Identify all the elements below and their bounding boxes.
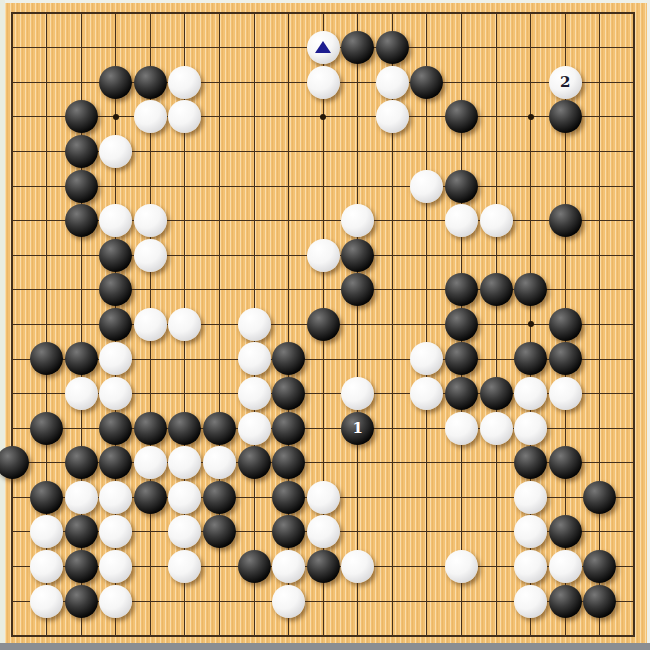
black-stone[interactable] — [168, 412, 201, 445]
board-intersection[interactable]: 2 — [548, 65, 583, 100]
board-intersection[interactable] — [271, 342, 306, 377]
white-stone[interactable] — [307, 31, 340, 64]
black-stone[interactable] — [549, 446, 582, 479]
white-stone[interactable] — [99, 377, 132, 410]
board-intersection[interactable] — [271, 549, 306, 584]
board-intersection[interactable] — [98, 515, 133, 550]
board-intersection[interactable] — [306, 307, 341, 342]
board-intersection[interactable] — [64, 584, 99, 619]
board-intersection[interactable] — [202, 411, 237, 446]
board-intersection[interactable] — [133, 411, 168, 446]
white-stone[interactable] — [99, 481, 132, 514]
board-intersection[interactable] — [237, 376, 272, 411]
black-stone[interactable] — [583, 481, 616, 514]
board-intersection[interactable] — [64, 134, 99, 169]
board-intersection[interactable] — [479, 273, 514, 308]
white-stone[interactable] — [307, 515, 340, 548]
white-stone[interactable] — [341, 550, 374, 583]
white-stone[interactable] — [99, 550, 132, 583]
board-intersection[interactable] — [133, 480, 168, 515]
black-stone[interactable] — [307, 308, 340, 341]
white-stone[interactable] — [168, 66, 201, 99]
board-intersection[interactable] — [98, 203, 133, 238]
board-intersection[interactable] — [513, 342, 548, 377]
board-intersection[interactable] — [513, 584, 548, 619]
black-stone[interactable] — [341, 273, 374, 306]
white-stone[interactable] — [514, 550, 547, 583]
board-intersection[interactable] — [29, 480, 64, 515]
board-intersection[interactable] — [64, 445, 99, 480]
white-stone[interactable] — [238, 412, 271, 445]
board-intersection[interactable] — [133, 65, 168, 100]
board-intersection[interactable] — [375, 31, 410, 66]
board-intersection[interactable] — [29, 549, 64, 584]
black-stone[interactable] — [238, 446, 271, 479]
board-intersection[interactable] — [341, 376, 376, 411]
white-stone[interactable] — [203, 446, 236, 479]
black-stone[interactable] — [272, 342, 305, 375]
white-stone[interactable] — [168, 550, 201, 583]
white-stone[interactable] — [65, 481, 98, 514]
board-intersection[interactable] — [64, 515, 99, 550]
board-intersection[interactable] — [444, 203, 479, 238]
board-intersection[interactable] — [133, 203, 168, 238]
board-intersection[interactable] — [98, 273, 133, 308]
black-stone[interactable] — [514, 446, 547, 479]
black-stone[interactable] — [65, 515, 98, 548]
board-intersection[interactable] — [410, 376, 445, 411]
board-intersection[interactable] — [444, 376, 479, 411]
white-stone[interactable] — [341, 204, 374, 237]
board-intersection[interactable] — [64, 169, 99, 204]
board-intersection[interactable] — [513, 273, 548, 308]
black-stone[interactable] — [99, 273, 132, 306]
black-stone[interactable] — [99, 412, 132, 445]
white-stone[interactable] — [480, 412, 513, 445]
board-intersection[interactable] — [444, 549, 479, 584]
black-stone[interactable] — [445, 342, 478, 375]
board-intersection[interactable] — [513, 480, 548, 515]
board-intersection[interactable] — [410, 169, 445, 204]
black-stone[interactable] — [549, 342, 582, 375]
black-stone[interactable] — [238, 550, 271, 583]
white-stone[interactable] — [514, 515, 547, 548]
black-stone[interactable] — [65, 550, 98, 583]
board-intersection[interactable] — [64, 480, 99, 515]
board-intersection[interactable] — [548, 342, 583, 377]
black-stone[interactable] — [341, 31, 374, 64]
board-intersection[interactable] — [513, 549, 548, 584]
black-stone[interactable] — [99, 308, 132, 341]
white-stone[interactable] — [99, 585, 132, 618]
white-stone[interactable] — [445, 412, 478, 445]
board-intersection[interactable] — [98, 411, 133, 446]
black-stone[interactable] — [272, 515, 305, 548]
black-stone[interactable] — [65, 585, 98, 618]
white-stone[interactable] — [480, 204, 513, 237]
board-grid[interactable]: 21 — [0, 0, 650, 650]
black-stone[interactable] — [203, 515, 236, 548]
black-stone[interactable] — [583, 550, 616, 583]
black-stone[interactable] — [0, 446, 29, 479]
black-stone[interactable] — [549, 308, 582, 341]
white-stone[interactable] — [307, 239, 340, 272]
white-stone[interactable] — [134, 239, 167, 272]
white-stone[interactable] — [168, 515, 201, 548]
white-stone[interactable] — [307, 66, 340, 99]
board-intersection[interactable] — [237, 411, 272, 446]
white-stone[interactable] — [549, 377, 582, 410]
board-intersection[interactable] — [583, 584, 618, 619]
board-intersection[interactable] — [133, 307, 168, 342]
black-stone[interactable] — [445, 170, 478, 203]
black-stone[interactable] — [445, 308, 478, 341]
board-intersection[interactable] — [237, 549, 272, 584]
board-intersection[interactable] — [444, 307, 479, 342]
board-intersection[interactable] — [237, 445, 272, 480]
board-intersection[interactable] — [98, 584, 133, 619]
black-stone[interactable] — [134, 66, 167, 99]
board-intersection[interactable] — [168, 307, 203, 342]
board-intersection[interactable] — [237, 342, 272, 377]
board-intersection[interactable] — [444, 411, 479, 446]
board-intersection[interactable] — [98, 376, 133, 411]
white-stone[interactable] — [134, 446, 167, 479]
black-stone[interactable] — [583, 585, 616, 618]
white-stone[interactable] — [99, 342, 132, 375]
black-stone[interactable] — [514, 273, 547, 306]
black-stone[interactable] — [341, 239, 374, 272]
white-stone[interactable] — [30, 585, 63, 618]
black-stone[interactable] — [65, 170, 98, 203]
board-intersection[interactable] — [133, 100, 168, 135]
black-stone[interactable] — [65, 446, 98, 479]
white-stone[interactable] — [376, 100, 409, 133]
white-stone[interactable] — [272, 585, 305, 618]
board-intersection[interactable] — [548, 445, 583, 480]
board-intersection[interactable] — [98, 65, 133, 100]
board-intersection[interactable] — [341, 31, 376, 66]
black-stone[interactable] — [272, 481, 305, 514]
white-stone[interactable] — [99, 204, 132, 237]
black-stone[interactable] — [307, 550, 340, 583]
board-intersection[interactable] — [98, 445, 133, 480]
triangle-marker — [315, 41, 331, 53]
board-intersection[interactable] — [444, 100, 479, 135]
board-intersection[interactable] — [64, 203, 99, 238]
black-stone[interactable] — [514, 342, 547, 375]
board-intersection[interactable] — [168, 445, 203, 480]
black-stone[interactable] — [549, 100, 582, 133]
board-intersection[interactable] — [168, 411, 203, 446]
black-stone[interactable] — [134, 481, 167, 514]
board-intersection[interactable] — [513, 411, 548, 446]
white-stone[interactable] — [514, 585, 547, 618]
board-intersection[interactable] — [64, 549, 99, 584]
board-intersection[interactable] — [583, 480, 618, 515]
go-board[interactable]: 21 — [0, 0, 650, 650]
white-stone[interactable] — [238, 377, 271, 410]
board-intersection[interactable] — [29, 584, 64, 619]
black-stone[interactable] — [410, 66, 443, 99]
board-intersection[interactable] — [0, 445, 29, 480]
move-number-label: 2 — [560, 75, 570, 90]
board-intersection[interactable] — [98, 342, 133, 377]
board-intersection[interactable] — [98, 238, 133, 273]
black-stone[interactable] — [30, 481, 63, 514]
board-intersection[interactable] — [410, 342, 445, 377]
board-intersection[interactable] — [64, 100, 99, 135]
board-intersection[interactable] — [271, 480, 306, 515]
black-stone[interactable] — [480, 377, 513, 410]
white-stone[interactable] — [134, 308, 167, 341]
white-stone[interactable] — [514, 377, 547, 410]
board-intersection[interactable] — [479, 411, 514, 446]
board-intersection[interactable] — [133, 238, 168, 273]
board-intersection[interactable] — [583, 549, 618, 584]
black-stone[interactable] — [65, 135, 98, 168]
board-intersection[interactable] — [444, 273, 479, 308]
black-stone[interactable] — [376, 31, 409, 64]
board-intersection[interactable] — [271, 411, 306, 446]
board-intersection[interactable] — [64, 376, 99, 411]
board-intersection[interactable] — [548, 515, 583, 550]
white-stone[interactable] — [549, 550, 582, 583]
board-intersection[interactable] — [548, 100, 583, 135]
board-intersection[interactable] — [306, 31, 341, 66]
board-intersection[interactable] — [98, 549, 133, 584]
white-stone[interactable] — [238, 342, 271, 375]
board-intersection[interactable] — [133, 445, 168, 480]
black-stone[interactable] — [445, 273, 478, 306]
black-stone[interactable] — [99, 239, 132, 272]
white-stone[interactable] — [168, 308, 201, 341]
board-intersection[interactable] — [341, 273, 376, 308]
board-intersection[interactable] — [98, 307, 133, 342]
white-stone[interactable] — [168, 100, 201, 133]
white-stone[interactable] — [376, 66, 409, 99]
black-stone[interactable] — [65, 204, 98, 237]
black-stone[interactable]: 1 — [341, 412, 374, 445]
black-stone[interactable] — [272, 377, 305, 410]
board-intersection[interactable] — [479, 376, 514, 411]
board-intersection[interactable] — [548, 203, 583, 238]
board-intersection[interactable] — [202, 445, 237, 480]
board-intersection[interactable] — [444, 342, 479, 377]
board-intersection[interactable] — [168, 65, 203, 100]
board-intersection[interactable] — [29, 411, 64, 446]
black-stone[interactable] — [30, 342, 63, 375]
board-intersection[interactable] — [548, 549, 583, 584]
black-stone[interactable] — [549, 204, 582, 237]
black-stone[interactable] — [549, 585, 582, 618]
black-stone[interactable] — [445, 100, 478, 133]
board-intersection[interactable] — [513, 376, 548, 411]
white-stone[interactable] — [410, 342, 443, 375]
board-intersection[interactable] — [444, 169, 479, 204]
board-intersection[interactable] — [29, 515, 64, 550]
board-intersection[interactable] — [271, 376, 306, 411]
board-intersection[interactable] — [202, 515, 237, 550]
board-intersection[interactable] — [513, 515, 548, 550]
white-stone[interactable] — [410, 170, 443, 203]
black-stone[interactable] — [445, 377, 478, 410]
board-intersection[interactable]: 1 — [341, 411, 376, 446]
board-intersection[interactable] — [341, 238, 376, 273]
white-stone[interactable] — [514, 481, 547, 514]
white-stone[interactable] — [410, 377, 443, 410]
board-intersection[interactable] — [64, 342, 99, 377]
board-intersection[interactable] — [306, 65, 341, 100]
black-stone[interactable] — [99, 446, 132, 479]
board-intersection[interactable] — [548, 584, 583, 619]
board-intersection[interactable] — [306, 480, 341, 515]
board-intersection[interactable] — [168, 549, 203, 584]
white-stone[interactable] — [307, 481, 340, 514]
board-intersection[interactable] — [237, 307, 272, 342]
board-intersection[interactable] — [306, 549, 341, 584]
board-intersection[interactable] — [548, 376, 583, 411]
white-stone[interactable]: 2 — [549, 66, 582, 99]
board-intersection[interactable] — [202, 480, 237, 515]
white-stone[interactable] — [341, 377, 374, 410]
board-intersection[interactable] — [271, 445, 306, 480]
board-intersection[interactable] — [341, 203, 376, 238]
board-intersection[interactable] — [513, 445, 548, 480]
board-intersection[interactable] — [548, 307, 583, 342]
board-intersection[interactable] — [479, 203, 514, 238]
black-stone[interactable] — [65, 342, 98, 375]
board-intersection[interactable] — [410, 65, 445, 100]
board-intersection[interactable] — [271, 584, 306, 619]
board-intersection[interactable] — [271, 515, 306, 550]
board-intersection[interactable] — [375, 65, 410, 100]
white-stone[interactable] — [272, 550, 305, 583]
white-stone[interactable] — [134, 204, 167, 237]
board-intersection[interactable] — [341, 549, 376, 584]
board-intersection[interactable] — [98, 480, 133, 515]
white-stone[interactable] — [99, 135, 132, 168]
white-stone[interactable] — [30, 550, 63, 583]
black-stone[interactable] — [272, 446, 305, 479]
black-stone[interactable] — [549, 515, 582, 548]
white-stone[interactable] — [134, 100, 167, 133]
white-stone[interactable] — [65, 377, 98, 410]
board-intersection[interactable] — [168, 515, 203, 550]
white-stone[interactable] — [238, 308, 271, 341]
white-stone[interactable] — [445, 550, 478, 583]
black-stone[interactable] — [480, 273, 513, 306]
white-stone[interactable] — [514, 412, 547, 445]
white-stone[interactable] — [30, 515, 63, 548]
black-stone[interactable] — [272, 412, 305, 445]
board-intersection[interactable] — [375, 100, 410, 135]
board-intersection[interactable] — [306, 238, 341, 273]
board-intersection[interactable] — [306, 515, 341, 550]
black-stone[interactable] — [203, 412, 236, 445]
board-intersection[interactable] — [168, 480, 203, 515]
white-stone[interactable] — [99, 515, 132, 548]
black-stone[interactable] — [203, 481, 236, 514]
board-intersection[interactable] — [168, 100, 203, 135]
white-stone[interactable] — [168, 481, 201, 514]
black-stone[interactable] — [99, 66, 132, 99]
black-stone[interactable] — [30, 412, 63, 445]
move-number-label: 1 — [353, 421, 363, 436]
white-stone[interactable] — [445, 204, 478, 237]
board-intersection[interactable] — [98, 134, 133, 169]
board-intersection[interactable] — [29, 342, 64, 377]
white-stone[interactable] — [168, 446, 201, 479]
black-stone[interactable] — [134, 412, 167, 445]
black-stone[interactable] — [65, 100, 98, 133]
